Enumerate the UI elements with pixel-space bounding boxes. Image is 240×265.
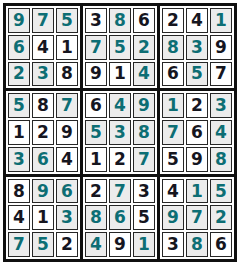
- cell-r1c8[interactable]: 4: [186, 8, 208, 33]
- cell-r7c1[interactable]: 8: [8, 179, 30, 204]
- cell-r8c6[interactable]: 5: [133, 205, 155, 230]
- box-8: 273865491: [83, 177, 157, 259]
- cell-r5c6[interactable]: 8: [133, 120, 155, 145]
- cell-r1c7[interactable]: 2: [162, 8, 184, 33]
- cell-r7c2[interactable]: 9: [32, 179, 54, 204]
- cell-r1c6[interactable]: 6: [133, 8, 155, 33]
- cell-r1c1[interactable]: 9: [8, 8, 30, 33]
- cell-r7c3[interactable]: 6: [56, 179, 78, 204]
- box-2: 386752914: [83, 6, 157, 88]
- box-7: 896413752: [6, 177, 80, 259]
- cell-r9c6[interactable]: 1: [133, 232, 155, 257]
- cell-r8c1[interactable]: 4: [8, 205, 30, 230]
- cell-r9c2[interactable]: 5: [32, 232, 54, 257]
- cell-r8c8[interactable]: 7: [186, 205, 208, 230]
- cell-r2c6[interactable]: 2: [133, 35, 155, 60]
- cell-r8c5[interactable]: 6: [109, 205, 131, 230]
- sudoku-board: 9756412383867529142418396575871293646495…: [3, 3, 237, 262]
- cell-r7c5[interactable]: 7: [109, 179, 131, 204]
- cell-r3c6[interactable]: 4: [133, 62, 155, 87]
- cell-r4c8[interactable]: 2: [186, 93, 208, 118]
- cell-r5c3[interactable]: 9: [56, 120, 78, 145]
- cell-r3c5[interactable]: 1: [109, 62, 131, 87]
- cell-r3c9[interactable]: 7: [210, 62, 232, 87]
- cell-r5c7[interactable]: 7: [162, 120, 184, 145]
- cell-r2c5[interactable]: 5: [109, 35, 131, 60]
- cell-r6c7[interactable]: 5: [162, 147, 184, 172]
- cell-r6c2[interactable]: 6: [32, 147, 54, 172]
- cell-r2c4[interactable]: 7: [85, 35, 107, 60]
- cell-r9c8[interactable]: 8: [186, 232, 208, 257]
- cell-r4c5[interactable]: 4: [109, 93, 131, 118]
- cell-r1c3[interactable]: 5: [56, 8, 78, 33]
- cell-r7c7[interactable]: 4: [162, 179, 184, 204]
- cell-r5c2[interactable]: 2: [32, 120, 54, 145]
- cell-r1c4[interactable]: 3: [85, 8, 107, 33]
- box-5: 649538127: [83, 91, 157, 173]
- box-4: 587129364: [6, 91, 80, 173]
- cell-r9c7[interactable]: 3: [162, 232, 184, 257]
- box-1: 975641238: [6, 6, 80, 88]
- cell-r2c2[interactable]: 4: [32, 35, 54, 60]
- cell-r7c4[interactable]: 2: [85, 179, 107, 204]
- cell-r5c1[interactable]: 1: [8, 120, 30, 145]
- cell-r1c5[interactable]: 8: [109, 8, 131, 33]
- cell-r3c2[interactable]: 3: [32, 62, 54, 87]
- cell-r9c4[interactable]: 4: [85, 232, 107, 257]
- cell-r4c4[interactable]: 6: [85, 93, 107, 118]
- cell-r8c4[interactable]: 8: [85, 205, 107, 230]
- box-3: 241839657: [160, 6, 234, 88]
- box-6: 123764598: [160, 91, 234, 173]
- cell-r4c3[interactable]: 7: [56, 93, 78, 118]
- cell-r3c7[interactable]: 6: [162, 62, 184, 87]
- cell-r6c5[interactable]: 2: [109, 147, 131, 172]
- cell-r5c4[interactable]: 5: [85, 120, 107, 145]
- cell-r8c7[interactable]: 9: [162, 205, 184, 230]
- cell-r3c8[interactable]: 5: [186, 62, 208, 87]
- cell-r3c3[interactable]: 8: [56, 62, 78, 87]
- cell-r4c7[interactable]: 1: [162, 93, 184, 118]
- cell-r6c3[interactable]: 4: [56, 147, 78, 172]
- cell-r7c6[interactable]: 3: [133, 179, 155, 204]
- cell-r1c9[interactable]: 1: [210, 8, 232, 33]
- cell-r5c8[interactable]: 6: [186, 120, 208, 145]
- cell-r4c1[interactable]: 5: [8, 93, 30, 118]
- cell-r8c9[interactable]: 2: [210, 205, 232, 230]
- cell-r2c7[interactable]: 8: [162, 35, 184, 60]
- cell-r5c9[interactable]: 4: [210, 120, 232, 145]
- cell-r4c6[interactable]: 9: [133, 93, 155, 118]
- cell-r9c9[interactable]: 6: [210, 232, 232, 257]
- box-9: 415972386: [160, 177, 234, 259]
- cell-r6c1[interactable]: 3: [8, 147, 30, 172]
- cell-r6c6[interactable]: 7: [133, 147, 155, 172]
- cell-r9c5[interactable]: 9: [109, 232, 131, 257]
- cell-r6c9[interactable]: 8: [210, 147, 232, 172]
- cell-r7c9[interactable]: 5: [210, 179, 232, 204]
- cell-r9c3[interactable]: 2: [56, 232, 78, 257]
- cell-r4c9[interactable]: 3: [210, 93, 232, 118]
- cell-r3c4[interactable]: 9: [85, 62, 107, 87]
- cell-r6c8[interactable]: 9: [186, 147, 208, 172]
- cell-r2c1[interactable]: 6: [8, 35, 30, 60]
- cell-r8c3[interactable]: 3: [56, 205, 78, 230]
- cell-r5c5[interactable]: 3: [109, 120, 131, 145]
- cell-r2c3[interactable]: 1: [56, 35, 78, 60]
- cell-r2c9[interactable]: 9: [210, 35, 232, 60]
- cell-r1c2[interactable]: 7: [32, 8, 54, 33]
- cell-r6c4[interactable]: 1: [85, 147, 107, 172]
- cell-r2c8[interactable]: 3: [186, 35, 208, 60]
- cell-r4c2[interactable]: 8: [32, 93, 54, 118]
- cell-r3c1[interactable]: 2: [8, 62, 30, 87]
- cell-r8c2[interactable]: 1: [32, 205, 54, 230]
- cell-r9c1[interactable]: 7: [8, 232, 30, 257]
- cell-r7c8[interactable]: 1: [186, 179, 208, 204]
